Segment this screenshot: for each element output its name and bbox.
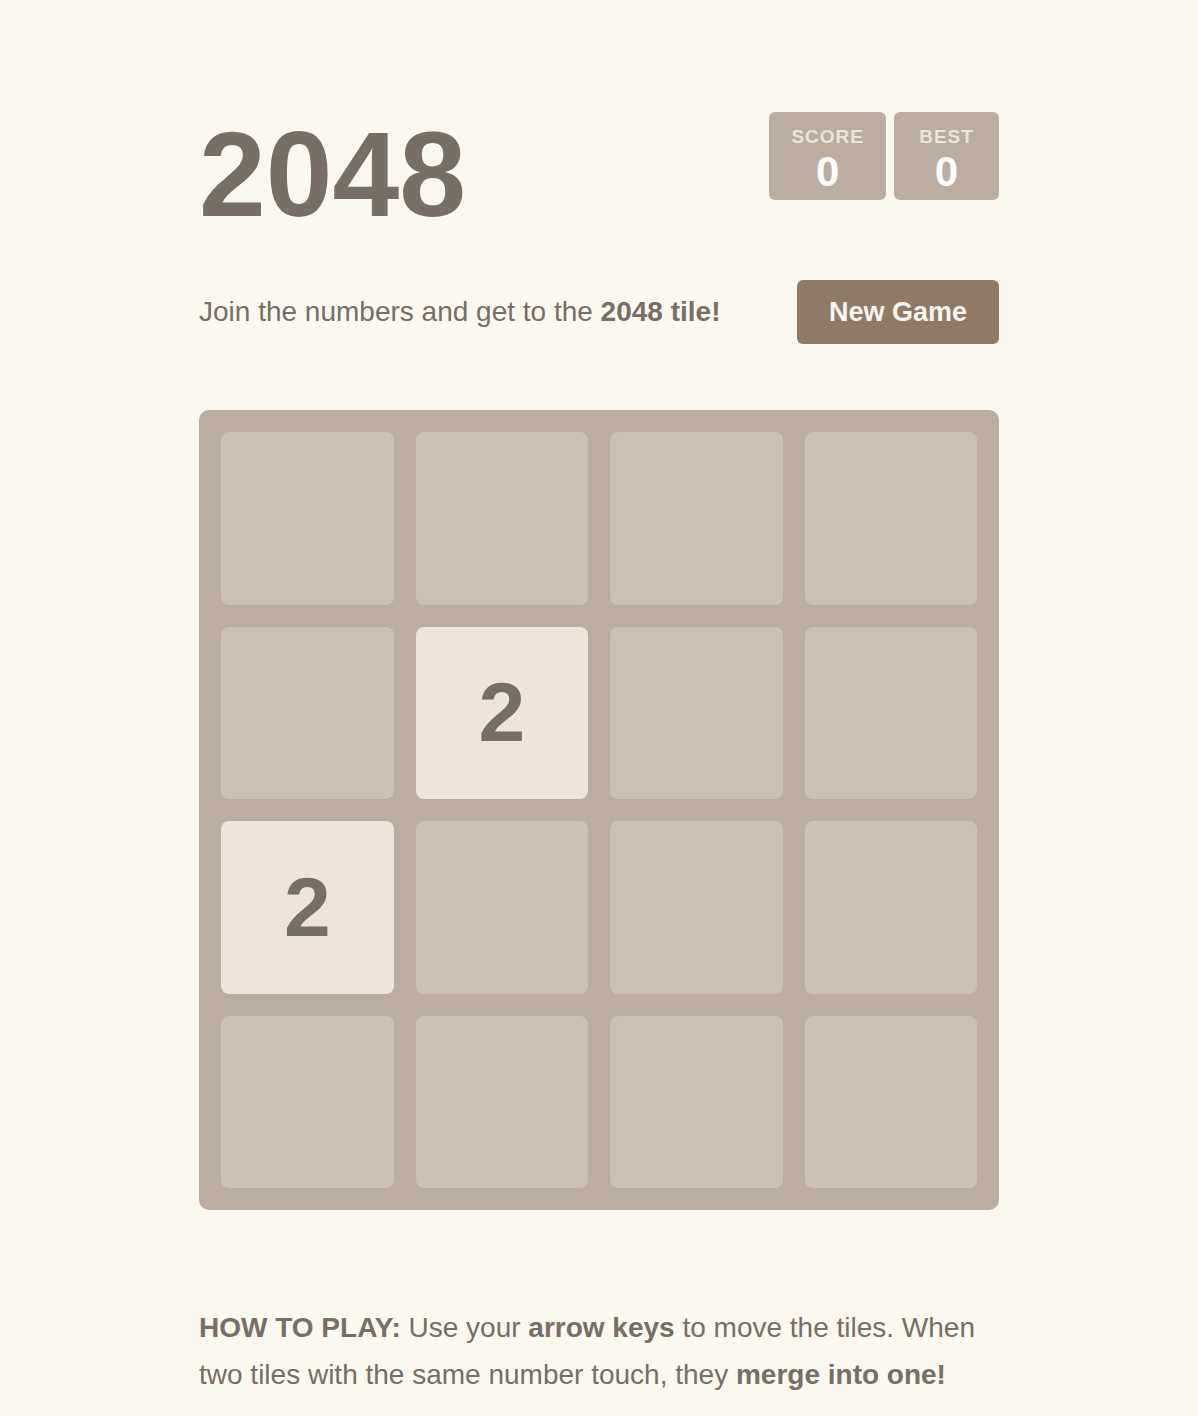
header: 2048 SCORE 0 BEST 0 [199,108,999,240]
instructions-t1: Use your [401,1312,529,1343]
above-game-row: Join the numbers and get to the 2048 til… [199,280,999,344]
board-cell-empty [805,432,978,605]
board-cell-empty [221,627,394,800]
board-cell-empty [610,627,783,800]
score-label: SCORE [791,126,864,148]
board-cell-empty [805,1016,978,1189]
page-container: 2048 SCORE 0 BEST 0 Join the numbers and… [199,108,999,1398]
page-title: 2048 [199,108,466,240]
board-cell-empty [805,821,978,994]
how-to-play-label: HOW TO PLAY: [199,1312,401,1343]
board-cell-empty [416,432,589,605]
best-value: 0 [916,148,977,196]
tile-2: 2 [221,821,394,994]
tile-2: 2 [416,627,589,800]
board-cell-empty [416,1016,589,1189]
merge-label: merge into one! [736,1359,946,1390]
score-value: 0 [791,148,864,196]
board-cell-empty [221,432,394,605]
intro-text: Join the numbers and get to the 2048 til… [199,292,720,331]
best-box: BEST 0 [894,112,999,200]
score-box: SCORE 0 [769,112,886,200]
score-container: SCORE 0 BEST 0 [769,112,999,200]
new-game-button[interactable]: New Game [797,280,999,344]
board-cell-empty [221,1016,394,1189]
best-label: BEST [916,126,977,148]
game-board: 22 [199,410,999,1210]
board-cell-empty [610,1016,783,1189]
board-cell-empty [805,627,978,800]
board-cell-empty [610,821,783,994]
arrow-keys-label: arrow keys [528,1312,674,1343]
intro-text-normal: Join the numbers and get to the [199,296,601,327]
instructions-text: HOW TO PLAY: Use your arrow keys to move… [199,1304,999,1398]
board-cell-empty [416,821,589,994]
intro-text-bold: 2048 tile! [601,296,721,327]
board-cell-empty [610,432,783,605]
